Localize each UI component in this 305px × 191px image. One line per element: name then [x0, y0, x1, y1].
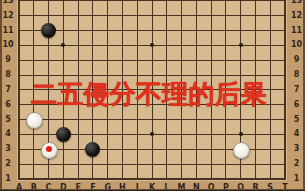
row-label-left: 9 — [1, 55, 15, 65]
left-edge — [0, 0, 2, 190]
last-move-marker — [46, 146, 52, 152]
grid-line-horizontal — [18, 60, 286, 61]
stone-black-C11 — [41, 23, 56, 38]
row-label-left: 7 — [1, 85, 15, 95]
row-label-right: 10 — [290, 40, 304, 50]
row-label-right: 1 — [290, 174, 304, 184]
row-label-left: 5 — [1, 115, 15, 125]
bottom-edge — [0, 189, 305, 191]
grid-line-horizontal — [18, 164, 286, 165]
row-label-left: 13 — [1, 0, 15, 6]
row-label-right: 11 — [290, 26, 304, 36]
row-label-right: 9 — [290, 55, 304, 65]
row-label-left: 4 — [1, 129, 15, 139]
stone-white-Q3 — [233, 142, 250, 159]
row-label-right: 2 — [290, 159, 304, 169]
grid-line-horizontal — [18, 75, 286, 76]
stone-black-D4 — [56, 127, 71, 142]
grid-line-horizontal — [18, 178, 286, 180]
row-label-left: 2 — [1, 159, 15, 169]
grid-line-horizontal — [18, 15, 286, 16]
overlay-caption: 二五侵分不理的后果 — [31, 77, 276, 112]
row-label-right: 8 — [290, 70, 304, 80]
row-label-right: 3 — [290, 144, 304, 154]
row-label-left: 8 — [1, 70, 15, 80]
row-label-left: 12 — [1, 11, 15, 21]
grid-line-horizontal — [18, 30, 286, 31]
go-board-screenshot: 1122334455667788991010111112121313ABCDEF… — [0, 0, 305, 190]
row-label-left: 6 — [1, 100, 15, 110]
grid-line-horizontal — [18, 0, 286, 1]
row-label-left: 11 — [1, 26, 15, 36]
row-label-left: 10 — [1, 40, 15, 50]
row-label-right: 12 — [290, 11, 304, 21]
row-label-right: 6 — [290, 100, 304, 110]
right-edge — [303, 0, 305, 190]
row-label-right: 13 — [290, 0, 304, 6]
row-label-left: 3 — [1, 144, 15, 154]
row-label-right: 4 — [290, 129, 304, 139]
row-label-right: 5 — [290, 115, 304, 125]
grid-line-horizontal — [18, 119, 286, 120]
row-label-right: 7 — [290, 85, 304, 95]
